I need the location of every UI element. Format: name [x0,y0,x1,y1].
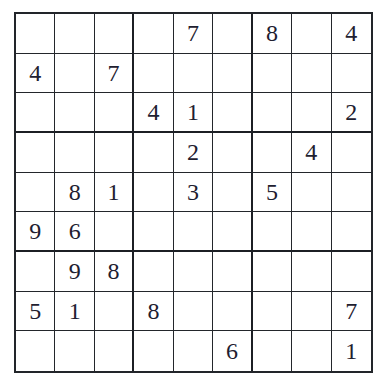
cell-r3c7[interactable] [253,93,292,133]
cell-r5c2[interactable]: 8 [55,173,94,213]
cell-r1c7[interactable]: 8 [253,14,292,54]
cell-r6c2[interactable]: 6 [55,212,94,252]
cell-r4c2[interactable] [55,133,94,173]
cell-r2c1[interactable]: 4 [16,54,55,94]
cell-r4c7[interactable] [253,133,292,173]
cell-r6c1[interactable]: 9 [16,212,55,252]
cell-r7c8[interactable] [292,252,331,292]
cell-r7c9[interactable] [332,252,371,292]
cell-r4c9[interactable] [332,133,371,173]
sudoku-board: 784474122481359698518761 [14,12,373,373]
cell-r8c2[interactable]: 1 [55,292,94,332]
cell-r3c9[interactable]: 2 [332,93,371,133]
cell-r2c8[interactable] [292,54,331,94]
cell-r4c6[interactable] [213,133,252,173]
cell-r2c5[interactable] [174,54,213,94]
cell-r3c3[interactable] [95,93,134,133]
cell-r1c8[interactable] [292,14,331,54]
cell-r8c6[interactable] [213,292,252,332]
cell-r7c4[interactable] [134,252,173,292]
cell-r8c4[interactable]: 8 [134,292,173,332]
cell-r9c9[interactable]: 1 [332,331,371,371]
cell-r1c9[interactable]: 4 [332,14,371,54]
cell-r3c4[interactable]: 4 [134,93,173,133]
cell-r7c2[interactable]: 9 [55,252,94,292]
cell-r2c4[interactable] [134,54,173,94]
cell-r5c1[interactable] [16,173,55,213]
cell-r8c9[interactable]: 7 [332,292,371,332]
cell-r5c7[interactable]: 5 [253,173,292,213]
sudoku-grid: 784474122481359698518761 [16,14,371,371]
cell-r1c5[interactable]: 7 [174,14,213,54]
cell-r5c6[interactable] [213,173,252,213]
cell-r7c5[interactable] [174,252,213,292]
cell-r7c3[interactable]: 8 [95,252,134,292]
cell-r1c4[interactable] [134,14,173,54]
cell-r2c9[interactable] [332,54,371,94]
cell-r1c1[interactable] [16,14,55,54]
cell-r7c7[interactable] [253,252,292,292]
cell-r3c8[interactable] [292,93,331,133]
cell-r2c7[interactable] [253,54,292,94]
cell-r5c3[interactable]: 1 [95,173,134,213]
cell-r5c9[interactable] [332,173,371,213]
cell-r2c6[interactable] [213,54,252,94]
cell-r1c2[interactable] [55,14,94,54]
cell-r6c7[interactable] [253,212,292,252]
cell-r1c3[interactable] [95,14,134,54]
cell-r8c3[interactable] [95,292,134,332]
cell-r9c6[interactable]: 6 [213,331,252,371]
cell-r2c2[interactable] [55,54,94,94]
cell-r9c3[interactable] [95,331,134,371]
cell-r8c7[interactable] [253,292,292,332]
cell-r5c5[interactable]: 3 [174,173,213,213]
cell-r8c1[interactable]: 5 [16,292,55,332]
cell-r6c8[interactable] [292,212,331,252]
cell-r3c6[interactable] [213,93,252,133]
cell-r7c6[interactable] [213,252,252,292]
cell-r9c8[interactable] [292,331,331,371]
cell-r9c5[interactable] [174,331,213,371]
cell-r5c8[interactable] [292,173,331,213]
cell-r6c4[interactable] [134,212,173,252]
cell-r9c1[interactable] [16,331,55,371]
cell-r9c7[interactable] [253,331,292,371]
cell-r6c6[interactable] [213,212,252,252]
cell-r6c9[interactable] [332,212,371,252]
cell-r6c3[interactable] [95,212,134,252]
cell-r5c4[interactable] [134,173,173,213]
cell-r8c8[interactable] [292,292,331,332]
cell-r4c3[interactable] [95,133,134,173]
cell-r8c5[interactable] [174,292,213,332]
cell-r2c3[interactable]: 7 [95,54,134,94]
cell-r4c5[interactable]: 2 [174,133,213,173]
cell-r1c6[interactable] [213,14,252,54]
cell-r3c2[interactable] [55,93,94,133]
cell-r4c4[interactable] [134,133,173,173]
cell-r4c8[interactable]: 4 [292,133,331,173]
cell-r7c1[interactable] [16,252,55,292]
cell-r4c1[interactable] [16,133,55,173]
cell-r3c5[interactable]: 1 [174,93,213,133]
cell-r9c2[interactable] [55,331,94,371]
cell-r6c5[interactable] [174,212,213,252]
cell-r9c4[interactable] [134,331,173,371]
cell-r3c1[interactable] [16,93,55,133]
